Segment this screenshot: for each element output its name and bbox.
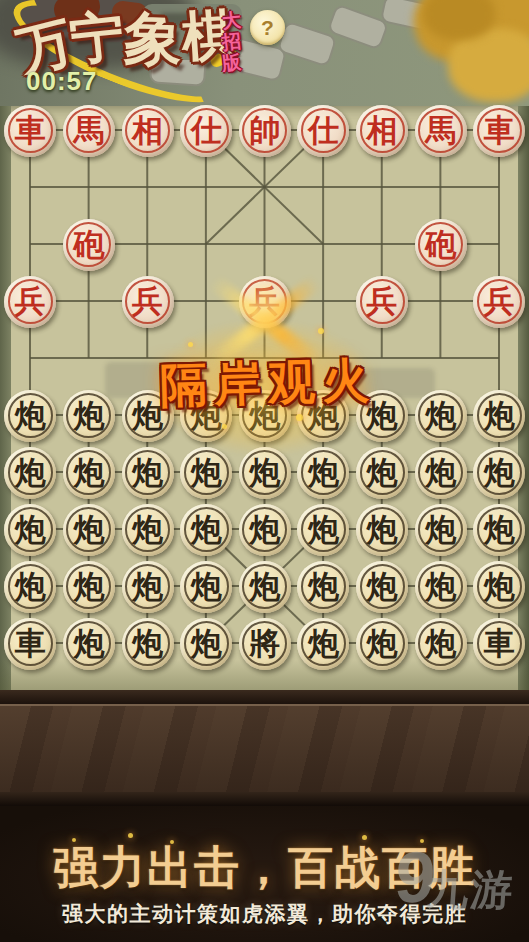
board-cell: 炮 [470,558,529,615]
piece-red-cannon[interactable]: 砲 [415,219,467,271]
board-cell: 仕 [177,102,236,159]
piece-red-advisor[interactable]: 仕 [297,105,349,157]
spark-dot [188,342,193,347]
piece-red-rook[interactable]: 車 [473,105,525,157]
piece-black-cannon[interactable]: 炮 [4,504,56,556]
badge-char: 大 [221,9,242,32]
piece-red-soldier[interactable]: 兵 [122,276,174,328]
board-cell: 兵 [470,273,529,330]
board-cell: 兵 [353,273,412,330]
board-intersection [236,216,295,273]
board-intersection [353,216,412,273]
board-cell: 車 [1,615,60,672]
logo-char: 象 [123,5,183,73]
piece-red-advisor[interactable]: 仕 [180,105,232,157]
board-cell: 仕 [294,102,353,159]
piece-black-cannon[interactable]: 炮 [122,618,174,670]
piece-red-soldier[interactable]: 兵 [356,276,408,328]
board-cell: 炮 [1,558,60,615]
piece-black-cannon[interactable]: 炮 [356,447,408,499]
piece-black-cannon[interactable]: 炮 [4,561,56,613]
board-cell: 炮 [1,444,60,501]
spark-dot [222,424,227,429]
board-cell: 炮 [294,558,353,615]
piece-red-elephant[interactable]: 相 [356,105,408,157]
piece-black-cannon[interactable]: 炮 [473,447,525,499]
board-cell: 炮 [60,501,119,558]
piece-black-rook[interactable]: 車 [473,618,525,670]
board-intersection [470,216,529,273]
piece-black-cannon[interactable]: 炮 [180,504,232,556]
xiangqi-board[interactable]: 車馬相仕帥仕相馬車砲砲兵兵兵兵兵炮炮炮炮炮炮炮炮炮炮炮炮炮炮炮炮炮炮炮炮炮炮炮炮… [0,106,529,690]
logo-title: 万 宁 象 棋 [16,4,236,70]
piece-black-cannon[interactable]: 炮 [356,561,408,613]
board-cell: 馬 [411,102,470,159]
piece-red-general[interactable]: 帥 [239,105,291,157]
board-intersection [470,159,529,216]
piece-black-cannon[interactable]: 炮 [297,504,349,556]
board-cell: 炮 [294,501,353,558]
board-cell: 炮 [353,558,412,615]
piece-red-horse[interactable]: 馬 [63,105,115,157]
board-cell: 兵 [1,273,60,330]
spark-dot [296,414,303,421]
board-cell: 相 [353,102,412,159]
piece-black-cannon[interactable]: 炮 [356,618,408,670]
help-button[interactable]: ? [250,10,285,45]
piece-black-cannon[interactable]: 炮 [415,561,467,613]
board-cell: 炮 [118,558,177,615]
badge-char: 版 [221,51,242,74]
board-cell: 砲 [60,216,119,273]
board-cell: 相 [118,102,177,159]
board-cell: 兵 [118,273,177,330]
piece-black-cannon[interactable]: 炮 [122,504,174,556]
board-intersection [60,159,119,216]
board-intersection [1,216,60,273]
board-cell: 炮 [177,558,236,615]
board-cell: 炮 [60,558,119,615]
board-intersection [294,273,353,330]
board-intersection [118,216,177,273]
board-cell: 炮 [236,444,295,501]
board-cell: 炮 [60,444,119,501]
piece-black-cannon[interactable]: 炮 [356,504,408,556]
watermark-text: 九游 [424,862,516,918]
piece-black-cannon[interactable]: 炮 [63,504,115,556]
logo-char: 宁 [67,1,128,72]
board-intersection [294,159,353,216]
board-cell: 炮 [294,615,353,672]
piece-red-soldier[interactable]: 兵 [473,276,525,328]
board-intersection [60,273,119,330]
board-intersection [353,159,412,216]
board-cell: 炮 [411,501,470,558]
piece-black-general[interactable]: 將 [239,618,291,670]
logo-badge: 大 招 版 [222,10,241,73]
board-cell: 炮 [177,615,236,672]
9game-watermark: 9 九游 [392,846,517,918]
board-cell: 炮 [353,444,412,501]
table-shadow [0,792,529,806]
piece-black-cannon[interactable]: 炮 [122,561,174,613]
board-cell: 兵 [236,273,295,330]
board-cell: 炮 [118,444,177,501]
board-cell: 帥 [236,102,295,159]
piece-red-soldier[interactable]: 兵 [4,276,56,328]
board-intersection [411,273,470,330]
board-cell: 炮 [353,615,412,672]
wooden-table [0,704,529,792]
piece-black-cannon[interactable]: 炮 [122,447,174,499]
piece-black-cannon[interactable]: 炮 [415,504,467,556]
board-intersection [1,159,60,216]
board-cell: 炮 [1,501,60,558]
board-cell: 炮 [411,558,470,615]
piece-black-cannon[interactable]: 炮 [415,618,467,670]
board-cell: 車 [470,615,529,672]
board-cell: 炮 [470,444,529,501]
piece-black-cannon[interactable]: 炮 [239,561,291,613]
board-cell: 炮 [411,615,470,672]
board-cell: 炮 [236,501,295,558]
piece-black-cannon[interactable]: 炮 [180,561,232,613]
board-cell: 炮 [470,501,529,558]
piece-black-cannon[interactable]: 炮 [180,447,232,499]
screenshot-root: 万 宁 象 棋 大 招 版 ? 00:57 車馬相仕帥仕相馬車砲砲兵兵兵兵兵炮炮… [0,0,529,942]
board-intersection [118,159,177,216]
piece-red-elephant[interactable]: 相 [122,105,174,157]
board-cell: 炮 [177,501,236,558]
board-cell: 炮 [236,558,295,615]
piece-red-horse[interactable]: 馬 [415,105,467,157]
board-cell: 炮 [118,501,177,558]
board-cell: 車 [1,102,60,159]
piece-black-rook[interactable]: 車 [4,618,56,670]
board-cell: 炮 [294,444,353,501]
piece-red-soldier[interactable]: 兵 [239,276,291,328]
piece-red-rook[interactable]: 車 [4,105,56,157]
piece-black-cannon[interactable]: 炮 [415,447,467,499]
piece-black-cannon[interactable]: 炮 [4,447,56,499]
board-cell: 車 [470,102,529,159]
board-intersection [294,216,353,273]
board-intersection [177,216,236,273]
badge-char: 招 [221,30,242,53]
board-cell: 炮 [177,444,236,501]
piece-red-cannon[interactable]: 砲 [63,219,115,271]
board-cell: 炮 [353,501,412,558]
piece-black-cannon[interactable]: 炮 [180,618,232,670]
piece-black-cannon[interactable]: 炮 [63,618,115,670]
piece-black-cannon[interactable]: 炮 [297,618,349,670]
board-intersection [177,273,236,330]
board-intersection [411,159,470,216]
board-intersection [236,159,295,216]
table-edge [0,690,529,704]
spark-dot [318,328,324,334]
piece-black-cannon[interactable]: 炮 [239,447,291,499]
piece-black-cannon[interactable]: 炮 [473,504,525,556]
stone-path [327,3,390,50]
piece-black-cannon[interactable]: 炮 [297,447,349,499]
question-mark-icon: ? [261,16,274,40]
board-cell: 炮 [118,615,177,672]
piece-black-cannon[interactable]: 炮 [473,561,525,613]
board-cell: 砲 [411,216,470,273]
piece-black-cannon[interactable]: 炮 [63,447,115,499]
piece-black-cannon[interactable]: 炮 [63,561,115,613]
piece-black-cannon[interactable]: 炮 [297,561,349,613]
board-intersection [177,159,236,216]
board-cell: 馬 [60,102,119,159]
board-cell: 炮 [411,444,470,501]
game-timer: 00:57 [26,66,98,97]
piece-black-cannon[interactable]: 炮 [239,504,291,556]
board-cell: 炮 [60,615,119,672]
board-cell: 將 [236,615,295,672]
